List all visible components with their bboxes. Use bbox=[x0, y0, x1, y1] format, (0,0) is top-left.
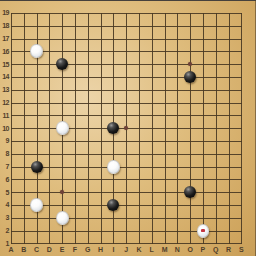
intersection-Q2[interactable] bbox=[209, 224, 222, 237]
intersection-H13[interactable] bbox=[94, 83, 107, 96]
intersection-C3[interactable] bbox=[30, 211, 43, 224]
intersection-L14[interactable] bbox=[145, 71, 158, 84]
intersection-I3[interactable] bbox=[107, 211, 120, 224]
intersection-R14[interactable] bbox=[222, 71, 235, 84]
intersection-D13[interactable] bbox=[43, 83, 56, 96]
intersection-Q1[interactable] bbox=[209, 237, 222, 250]
intersection-L15[interactable] bbox=[145, 58, 158, 71]
intersection-J12[interactable] bbox=[120, 96, 133, 109]
intersection-K8[interactable] bbox=[133, 147, 146, 160]
intersection-P15[interactable] bbox=[197, 58, 210, 71]
intersection-E9[interactable] bbox=[56, 135, 69, 148]
intersection-Q3[interactable] bbox=[209, 211, 222, 224]
intersection-P9[interactable] bbox=[197, 135, 210, 148]
intersection-A7[interactable] bbox=[5, 160, 18, 173]
intersection-D14[interactable] bbox=[43, 71, 56, 84]
intersection-P2[interactable] bbox=[197, 224, 210, 237]
intersection-I4[interactable] bbox=[107, 199, 120, 212]
intersection-G3[interactable] bbox=[81, 211, 94, 224]
intersection-G14[interactable] bbox=[81, 71, 94, 84]
intersection-E16[interactable] bbox=[56, 45, 69, 58]
intersection-F5[interactable] bbox=[69, 186, 82, 199]
intersection-P6[interactable] bbox=[197, 173, 210, 186]
intersection-O8[interactable] bbox=[184, 147, 197, 160]
intersection-I10[interactable] bbox=[107, 122, 120, 135]
intersection-L11[interactable] bbox=[145, 109, 158, 122]
intersection-A1[interactable] bbox=[5, 237, 18, 250]
intersection-A5[interactable] bbox=[5, 186, 18, 199]
intersection-N5[interactable] bbox=[171, 186, 184, 199]
intersection-O19[interactable] bbox=[184, 7, 197, 20]
intersection-D11[interactable] bbox=[43, 109, 56, 122]
intersection-A3[interactable] bbox=[5, 211, 18, 224]
intersection-A13[interactable] bbox=[5, 83, 18, 96]
intersection-I18[interactable] bbox=[107, 19, 120, 32]
intersection-E2[interactable] bbox=[56, 224, 69, 237]
intersection-E7[interactable] bbox=[56, 160, 69, 173]
intersection-H15[interactable] bbox=[94, 58, 107, 71]
intersection-F18[interactable] bbox=[69, 19, 82, 32]
intersection-L13[interactable] bbox=[145, 83, 158, 96]
intersection-H4[interactable] bbox=[94, 199, 107, 212]
intersection-H9[interactable] bbox=[94, 135, 107, 148]
intersection-A15[interactable] bbox=[5, 58, 18, 71]
intersection-C6[interactable] bbox=[30, 173, 43, 186]
intersection-M8[interactable] bbox=[158, 147, 171, 160]
intersection-P1[interactable] bbox=[197, 237, 210, 250]
intersection-R11[interactable] bbox=[222, 109, 235, 122]
intersection-I7[interactable] bbox=[107, 160, 120, 173]
intersection-I8[interactable] bbox=[107, 147, 120, 160]
intersection-J18[interactable] bbox=[120, 19, 133, 32]
intersection-L18[interactable] bbox=[145, 19, 158, 32]
intersection-O14[interactable] bbox=[184, 71, 197, 84]
intersection-Q10[interactable] bbox=[209, 122, 222, 135]
intersection-I15[interactable] bbox=[107, 58, 120, 71]
intersection-Q4[interactable] bbox=[209, 199, 222, 212]
intersection-R12[interactable] bbox=[222, 96, 235, 109]
intersection-F8[interactable] bbox=[69, 147, 82, 160]
intersection-O18[interactable] bbox=[184, 19, 197, 32]
intersection-F19[interactable] bbox=[69, 7, 82, 20]
intersection-O2[interactable] bbox=[184, 224, 197, 237]
intersection-C9[interactable] bbox=[30, 135, 43, 148]
intersection-E13[interactable] bbox=[56, 83, 69, 96]
intersection-M9[interactable] bbox=[158, 135, 171, 148]
intersection-B2[interactable] bbox=[17, 224, 30, 237]
intersection-N16[interactable] bbox=[171, 45, 184, 58]
intersection-A2[interactable] bbox=[5, 224, 18, 237]
intersection-H10[interactable] bbox=[94, 122, 107, 135]
intersection-I17[interactable] bbox=[107, 32, 120, 45]
intersection-D6[interactable] bbox=[43, 173, 56, 186]
intersection-N1[interactable] bbox=[171, 237, 184, 250]
intersection-O15[interactable] bbox=[184, 58, 197, 71]
intersection-S11[interactable] bbox=[235, 109, 248, 122]
intersection-C4[interactable] bbox=[30, 199, 43, 212]
intersection-N4[interactable] bbox=[171, 199, 184, 212]
intersection-K5[interactable] bbox=[133, 186, 146, 199]
intersection-I16[interactable] bbox=[107, 45, 120, 58]
intersection-H2[interactable] bbox=[94, 224, 107, 237]
intersection-K14[interactable] bbox=[133, 71, 146, 84]
intersection-M17[interactable] bbox=[158, 32, 171, 45]
intersection-J14[interactable] bbox=[120, 71, 133, 84]
intersection-C5[interactable] bbox=[30, 186, 43, 199]
intersection-L9[interactable] bbox=[145, 135, 158, 148]
intersection-S13[interactable] bbox=[235, 83, 248, 96]
intersection-K19[interactable] bbox=[133, 7, 146, 20]
intersection-O13[interactable] bbox=[184, 83, 197, 96]
intersection-E1[interactable] bbox=[56, 237, 69, 250]
intersection-D1[interactable] bbox=[43, 237, 56, 250]
intersection-B18[interactable] bbox=[17, 19, 30, 32]
go-board[interactable] bbox=[5, 7, 248, 250]
intersection-D5[interactable] bbox=[43, 186, 56, 199]
intersection-K17[interactable] bbox=[133, 32, 146, 45]
intersection-C16[interactable] bbox=[30, 45, 43, 58]
intersection-E18[interactable] bbox=[56, 19, 69, 32]
intersection-K4[interactable] bbox=[133, 199, 146, 212]
intersection-G16[interactable] bbox=[81, 45, 94, 58]
intersection-N2[interactable] bbox=[171, 224, 184, 237]
intersection-O1[interactable] bbox=[184, 237, 197, 250]
intersection-Q12[interactable] bbox=[209, 96, 222, 109]
intersection-D2[interactable] bbox=[43, 224, 56, 237]
intersection-N17[interactable] bbox=[171, 32, 184, 45]
intersection-P19[interactable] bbox=[197, 7, 210, 20]
intersection-M3[interactable] bbox=[158, 211, 171, 224]
intersection-A4[interactable] bbox=[5, 199, 18, 212]
intersection-I12[interactable] bbox=[107, 96, 120, 109]
intersection-B19[interactable] bbox=[17, 7, 30, 20]
intersection-A6[interactable] bbox=[5, 173, 18, 186]
intersection-O16[interactable] bbox=[184, 45, 197, 58]
intersection-R15[interactable] bbox=[222, 58, 235, 71]
intersection-C17[interactable] bbox=[30, 32, 43, 45]
intersection-N19[interactable] bbox=[171, 7, 184, 20]
intersection-F1[interactable] bbox=[69, 237, 82, 250]
intersection-M19[interactable] bbox=[158, 7, 171, 20]
intersection-P18[interactable] bbox=[197, 19, 210, 32]
intersection-C13[interactable] bbox=[30, 83, 43, 96]
intersection-F16[interactable] bbox=[69, 45, 82, 58]
intersection-H8[interactable] bbox=[94, 147, 107, 160]
intersection-J6[interactable] bbox=[120, 173, 133, 186]
intersection-F12[interactable] bbox=[69, 96, 82, 109]
intersection-A19[interactable] bbox=[5, 7, 18, 20]
intersection-K2[interactable] bbox=[133, 224, 146, 237]
intersection-G13[interactable] bbox=[81, 83, 94, 96]
intersection-N14[interactable] bbox=[171, 71, 184, 84]
intersection-R2[interactable] bbox=[222, 224, 235, 237]
intersection-A16[interactable] bbox=[5, 45, 18, 58]
intersection-I11[interactable] bbox=[107, 109, 120, 122]
intersection-N6[interactable] bbox=[171, 173, 184, 186]
intersection-D17[interactable] bbox=[43, 32, 56, 45]
intersection-S15[interactable] bbox=[235, 58, 248, 71]
intersection-R5[interactable] bbox=[222, 186, 235, 199]
intersection-J19[interactable] bbox=[120, 7, 133, 20]
intersection-I5[interactable] bbox=[107, 186, 120, 199]
intersection-H11[interactable] bbox=[94, 109, 107, 122]
intersection-K9[interactable] bbox=[133, 135, 146, 148]
intersection-F4[interactable] bbox=[69, 199, 82, 212]
intersection-S17[interactable] bbox=[235, 32, 248, 45]
intersection-S1[interactable] bbox=[235, 237, 248, 250]
intersection-F11[interactable] bbox=[69, 109, 82, 122]
intersection-E4[interactable] bbox=[56, 199, 69, 212]
intersection-H14[interactable] bbox=[94, 71, 107, 84]
intersection-B14[interactable] bbox=[17, 71, 30, 84]
intersection-N8[interactable] bbox=[171, 147, 184, 160]
intersection-C11[interactable] bbox=[30, 109, 43, 122]
intersection-L7[interactable] bbox=[145, 160, 158, 173]
intersection-R8[interactable] bbox=[222, 147, 235, 160]
intersection-B4[interactable] bbox=[17, 199, 30, 212]
intersection-C7[interactable] bbox=[30, 160, 43, 173]
intersection-M18[interactable] bbox=[158, 19, 171, 32]
intersection-M1[interactable] bbox=[158, 237, 171, 250]
intersection-J10[interactable] bbox=[120, 122, 133, 135]
intersection-L2[interactable] bbox=[145, 224, 158, 237]
intersection-A9[interactable] bbox=[5, 135, 18, 148]
intersection-O11[interactable] bbox=[184, 109, 197, 122]
intersection-E12[interactable] bbox=[56, 96, 69, 109]
intersection-K18[interactable] bbox=[133, 19, 146, 32]
intersection-G8[interactable] bbox=[81, 147, 94, 160]
intersection-B9[interactable] bbox=[17, 135, 30, 148]
intersection-G12[interactable] bbox=[81, 96, 94, 109]
intersection-G1[interactable] bbox=[81, 237, 94, 250]
intersection-O4[interactable] bbox=[184, 199, 197, 212]
intersection-S2[interactable] bbox=[235, 224, 248, 237]
intersection-E5[interactable] bbox=[56, 186, 69, 199]
intersection-O6[interactable] bbox=[184, 173, 197, 186]
intersection-H3[interactable] bbox=[94, 211, 107, 224]
intersection-M10[interactable] bbox=[158, 122, 171, 135]
intersection-M14[interactable] bbox=[158, 71, 171, 84]
intersection-N18[interactable] bbox=[171, 19, 184, 32]
intersection-Q15[interactable] bbox=[209, 58, 222, 71]
intersection-J5[interactable] bbox=[120, 186, 133, 199]
intersection-R18[interactable] bbox=[222, 19, 235, 32]
intersection-O7[interactable] bbox=[184, 160, 197, 173]
intersection-C19[interactable] bbox=[30, 7, 43, 20]
intersection-R10[interactable] bbox=[222, 122, 235, 135]
intersection-L6[interactable] bbox=[145, 173, 158, 186]
intersection-E19[interactable] bbox=[56, 7, 69, 20]
intersection-S19[interactable] bbox=[235, 7, 248, 20]
intersection-E10[interactable] bbox=[56, 122, 69, 135]
intersection-K1[interactable] bbox=[133, 237, 146, 250]
intersection-S3[interactable] bbox=[235, 211, 248, 224]
intersection-K6[interactable] bbox=[133, 173, 146, 186]
intersection-G5[interactable] bbox=[81, 186, 94, 199]
intersection-J2[interactable] bbox=[120, 224, 133, 237]
intersection-M15[interactable] bbox=[158, 58, 171, 71]
intersection-D15[interactable] bbox=[43, 58, 56, 71]
intersection-C2[interactable] bbox=[30, 224, 43, 237]
intersection-F15[interactable] bbox=[69, 58, 82, 71]
intersection-S7[interactable] bbox=[235, 160, 248, 173]
intersection-N15[interactable] bbox=[171, 58, 184, 71]
intersection-L8[interactable] bbox=[145, 147, 158, 160]
intersection-L17[interactable] bbox=[145, 32, 158, 45]
intersection-E17[interactable] bbox=[56, 32, 69, 45]
intersection-Q14[interactable] bbox=[209, 71, 222, 84]
intersection-N10[interactable] bbox=[171, 122, 184, 135]
intersection-E6[interactable] bbox=[56, 173, 69, 186]
intersection-D8[interactable] bbox=[43, 147, 56, 160]
intersection-Q8[interactable] bbox=[209, 147, 222, 160]
intersection-L3[interactable] bbox=[145, 211, 158, 224]
intersection-O10[interactable] bbox=[184, 122, 197, 135]
intersection-K13[interactable] bbox=[133, 83, 146, 96]
intersection-M6[interactable] bbox=[158, 173, 171, 186]
intersection-G4[interactable] bbox=[81, 199, 94, 212]
intersection-Q9[interactable] bbox=[209, 135, 222, 148]
intersection-P12[interactable] bbox=[197, 96, 210, 109]
intersection-P16[interactable] bbox=[197, 45, 210, 58]
intersection-B6[interactable] bbox=[17, 173, 30, 186]
intersection-P8[interactable] bbox=[197, 147, 210, 160]
intersection-O12[interactable] bbox=[184, 96, 197, 109]
intersection-M11[interactable] bbox=[158, 109, 171, 122]
intersection-M13[interactable] bbox=[158, 83, 171, 96]
intersection-K15[interactable] bbox=[133, 58, 146, 71]
intersection-P13[interactable] bbox=[197, 83, 210, 96]
intersection-A11[interactable] bbox=[5, 109, 18, 122]
intersection-Q17[interactable] bbox=[209, 32, 222, 45]
intersection-L16[interactable] bbox=[145, 45, 158, 58]
intersection-Q7[interactable] bbox=[209, 160, 222, 173]
intersection-P17[interactable] bbox=[197, 32, 210, 45]
intersection-H12[interactable] bbox=[94, 96, 107, 109]
intersection-F6[interactable] bbox=[69, 173, 82, 186]
intersection-R9[interactable] bbox=[222, 135, 235, 148]
intersection-L4[interactable] bbox=[145, 199, 158, 212]
intersection-H17[interactable] bbox=[94, 32, 107, 45]
intersection-I14[interactable] bbox=[107, 71, 120, 84]
intersection-H7[interactable] bbox=[94, 160, 107, 173]
intersection-M7[interactable] bbox=[158, 160, 171, 173]
intersection-H5[interactable] bbox=[94, 186, 107, 199]
intersection-N7[interactable] bbox=[171, 160, 184, 173]
intersection-D19[interactable] bbox=[43, 7, 56, 20]
intersection-B15[interactable] bbox=[17, 58, 30, 71]
intersection-H16[interactable] bbox=[94, 45, 107, 58]
intersection-A8[interactable] bbox=[5, 147, 18, 160]
intersection-K12[interactable] bbox=[133, 96, 146, 109]
intersection-M16[interactable] bbox=[158, 45, 171, 58]
intersection-S4[interactable] bbox=[235, 199, 248, 212]
intersection-A12[interactable] bbox=[5, 96, 18, 109]
intersection-J16[interactable] bbox=[120, 45, 133, 58]
intersection-D16[interactable] bbox=[43, 45, 56, 58]
intersection-B11[interactable] bbox=[17, 109, 30, 122]
intersection-L12[interactable] bbox=[145, 96, 158, 109]
intersection-D18[interactable] bbox=[43, 19, 56, 32]
intersection-D4[interactable] bbox=[43, 199, 56, 212]
intersection-K16[interactable] bbox=[133, 45, 146, 58]
intersection-B13[interactable] bbox=[17, 83, 30, 96]
intersection-L1[interactable] bbox=[145, 237, 158, 250]
intersection-R7[interactable] bbox=[222, 160, 235, 173]
intersection-J15[interactable] bbox=[120, 58, 133, 71]
intersection-G9[interactable] bbox=[81, 135, 94, 148]
intersection-R4[interactable] bbox=[222, 199, 235, 212]
intersection-O9[interactable] bbox=[184, 135, 197, 148]
intersection-M12[interactable] bbox=[158, 96, 171, 109]
intersection-M4[interactable] bbox=[158, 199, 171, 212]
intersection-E15[interactable] bbox=[56, 58, 69, 71]
intersection-G11[interactable] bbox=[81, 109, 94, 122]
intersection-J3[interactable] bbox=[120, 211, 133, 224]
intersection-J8[interactable] bbox=[120, 147, 133, 160]
intersection-B7[interactable] bbox=[17, 160, 30, 173]
intersection-H6[interactable] bbox=[94, 173, 107, 186]
intersection-E11[interactable] bbox=[56, 109, 69, 122]
intersection-G18[interactable] bbox=[81, 19, 94, 32]
intersection-I19[interactable] bbox=[107, 7, 120, 20]
intersection-G19[interactable] bbox=[81, 7, 94, 20]
intersection-G7[interactable] bbox=[81, 160, 94, 173]
intersection-S14[interactable] bbox=[235, 71, 248, 84]
intersection-L19[interactable] bbox=[145, 7, 158, 20]
intersection-K11[interactable] bbox=[133, 109, 146, 122]
intersection-S10[interactable] bbox=[235, 122, 248, 135]
intersection-P5[interactable] bbox=[197, 186, 210, 199]
intersection-N12[interactable] bbox=[171, 96, 184, 109]
intersection-G17[interactable] bbox=[81, 32, 94, 45]
intersection-C12[interactable] bbox=[30, 96, 43, 109]
intersection-Q19[interactable] bbox=[209, 7, 222, 20]
intersection-I6[interactable] bbox=[107, 173, 120, 186]
intersection-B16[interactable] bbox=[17, 45, 30, 58]
intersection-F10[interactable] bbox=[69, 122, 82, 135]
intersection-I1[interactable] bbox=[107, 237, 120, 250]
intersection-R13[interactable] bbox=[222, 83, 235, 96]
intersection-O3[interactable] bbox=[184, 211, 197, 224]
intersection-H1[interactable] bbox=[94, 237, 107, 250]
intersection-D3[interactable] bbox=[43, 211, 56, 224]
intersection-I13[interactable] bbox=[107, 83, 120, 96]
intersection-B3[interactable] bbox=[17, 211, 30, 224]
intersection-A10[interactable] bbox=[5, 122, 18, 135]
intersection-R6[interactable] bbox=[222, 173, 235, 186]
intersection-Q13[interactable] bbox=[209, 83, 222, 96]
intersection-J9[interactable] bbox=[120, 135, 133, 148]
intersection-S6[interactable] bbox=[235, 173, 248, 186]
intersection-K10[interactable] bbox=[133, 122, 146, 135]
intersection-B10[interactable] bbox=[17, 122, 30, 135]
intersection-M5[interactable] bbox=[158, 186, 171, 199]
intersection-J4[interactable] bbox=[120, 199, 133, 212]
intersection-S12[interactable] bbox=[235, 96, 248, 109]
intersection-G2[interactable] bbox=[81, 224, 94, 237]
intersection-B17[interactable] bbox=[17, 32, 30, 45]
intersection-R1[interactable] bbox=[222, 237, 235, 250]
intersection-P3[interactable] bbox=[197, 211, 210, 224]
intersection-Q5[interactable] bbox=[209, 186, 222, 199]
intersection-C18[interactable] bbox=[30, 19, 43, 32]
intersection-A17[interactable] bbox=[5, 32, 18, 45]
intersection-S5[interactable] bbox=[235, 186, 248, 199]
intersection-E3[interactable] bbox=[56, 211, 69, 224]
intersection-B8[interactable] bbox=[17, 147, 30, 160]
intersection-J17[interactable] bbox=[120, 32, 133, 45]
